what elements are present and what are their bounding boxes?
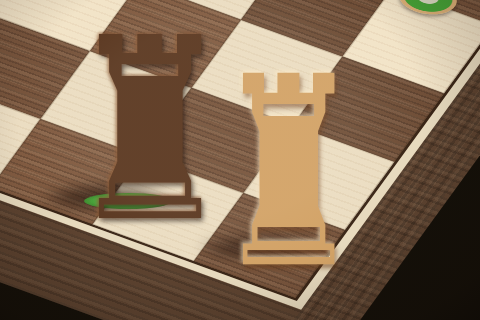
chessboard-photo: ♜ ♜ xyxy=(0,0,480,320)
light-rook-piece: ♜ xyxy=(216,43,320,305)
dark-rook-piece: ♜ xyxy=(69,5,186,257)
